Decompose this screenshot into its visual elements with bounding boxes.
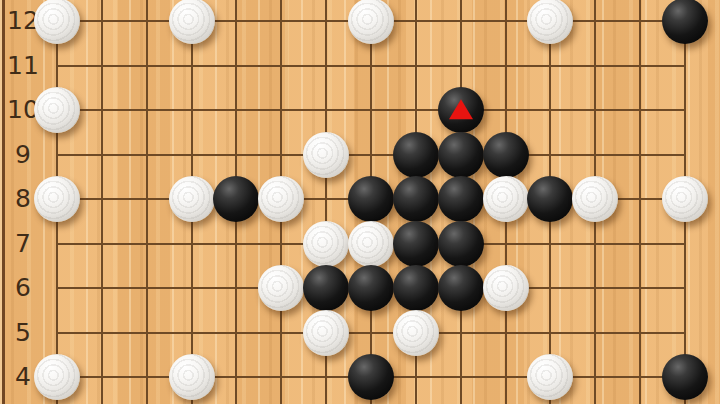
stone-white — [662, 176, 708, 222]
row-label: 5 — [0, 320, 46, 345]
gomoku-board-screen: 121110987654 — [0, 0, 720, 404]
stone-white — [303, 221, 349, 267]
stone-white — [483, 265, 529, 311]
last-move-marker-triangle-icon — [449, 99, 473, 119]
stone-white — [303, 310, 349, 356]
stone-black — [438, 87, 484, 133]
stone-black — [438, 265, 484, 311]
stone-black — [348, 265, 394, 311]
stone-black — [483, 132, 529, 178]
stone-black — [438, 176, 484, 222]
stone-black — [662, 354, 708, 400]
stone-white — [34, 354, 80, 400]
stone-black — [393, 132, 439, 178]
grid-line-vertical — [101, 0, 103, 404]
stone-white — [483, 176, 529, 222]
grid-line-vertical — [639, 0, 641, 404]
grid-line-horizontal — [56, 332, 686, 334]
stone-white — [348, 221, 394, 267]
stone-white — [393, 310, 439, 356]
grid-line-horizontal — [56, 154, 686, 156]
stone-black — [527, 176, 573, 222]
stone-black — [303, 265, 349, 311]
stone-white — [169, 0, 215, 44]
game-board[interactable]: 121110987654 — [0, 0, 720, 404]
grid-line-horizontal — [56, 109, 686, 111]
stone-white — [572, 176, 618, 222]
stone-black — [438, 221, 484, 267]
row-label: 9 — [0, 142, 46, 167]
stone-black — [348, 354, 394, 400]
stone-white — [527, 0, 573, 44]
grid-line-horizontal — [56, 65, 686, 67]
stone-black — [393, 221, 439, 267]
stone-black — [213, 176, 259, 222]
stone-black — [348, 176, 394, 222]
stone-white — [527, 354, 573, 400]
stone-white — [258, 265, 304, 311]
stone-white — [169, 176, 215, 222]
stone-white — [303, 132, 349, 178]
stone-white — [34, 0, 80, 44]
stone-white — [34, 87, 80, 133]
row-label: 6 — [0, 275, 46, 300]
stone-black — [662, 0, 708, 44]
row-label: 11 — [0, 53, 46, 78]
row-label: 7 — [0, 231, 46, 256]
stone-black — [438, 132, 484, 178]
stone-white — [169, 354, 215, 400]
stone-white — [348, 0, 394, 44]
stone-white — [258, 176, 304, 222]
grid-line-vertical — [146, 0, 148, 404]
stone-black — [393, 265, 439, 311]
stone-white — [34, 176, 80, 222]
stone-black — [393, 176, 439, 222]
